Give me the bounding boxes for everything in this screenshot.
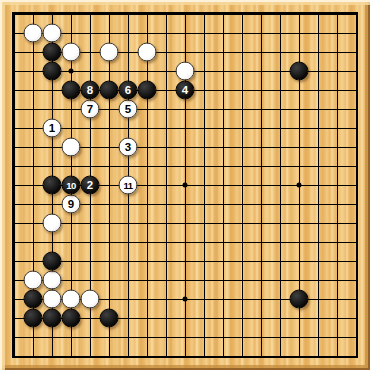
gridline-horizontal	[14, 242, 357, 243]
white-stone-h17[interactable]	[138, 43, 157, 62]
white-stone-g10[interactable]: 11	[119, 176, 138, 195]
black-stone-d10[interactable]: 10	[62, 176, 81, 195]
black-stone-k15[interactable]: 4	[176, 81, 195, 100]
move-number-label: 5	[125, 103, 131, 115]
move-number-label: 4	[182, 84, 188, 96]
star-point	[69, 69, 74, 74]
move-number-label: 9	[68, 198, 74, 210]
black-stone-b3[interactable]	[24, 309, 43, 328]
black-stone-d3[interactable]	[62, 309, 81, 328]
white-stone-c8[interactable]	[43, 214, 62, 233]
move-number-label: 2	[87, 179, 93, 191]
white-stone-f17[interactable]	[100, 43, 119, 62]
black-stone-f15[interactable]	[100, 81, 119, 100]
gridline-vertical	[242, 14, 243, 357]
black-stone-q4[interactable]	[290, 290, 309, 309]
white-stone-g14[interactable]: 5	[119, 100, 138, 119]
white-stone-d12[interactable]	[62, 138, 81, 157]
go-board[interactable]: 7513119864102	[0, 0, 370, 370]
black-stone-b4[interactable]	[24, 290, 43, 309]
white-stone-e4[interactable]	[81, 290, 100, 309]
black-stone-c3[interactable]	[43, 309, 62, 328]
gridline-vertical	[261, 14, 262, 357]
black-stone-c6[interactable]	[43, 252, 62, 271]
star-point	[183, 297, 188, 302]
white-stone-d9[interactable]: 9	[62, 195, 81, 214]
gridline-vertical	[204, 14, 205, 357]
move-number-label: 6	[125, 84, 131, 96]
white-stone-c5[interactable]	[43, 271, 62, 290]
black-stone-c17[interactable]	[43, 43, 62, 62]
gridline-vertical	[337, 14, 338, 357]
star-point	[297, 183, 302, 188]
black-stone-c10[interactable]	[43, 176, 62, 195]
black-stone-g15[interactable]: 6	[119, 81, 138, 100]
go-game-screenshot: 7513119864102	[0, 0, 370, 370]
white-stone-k16[interactable]	[176, 62, 195, 81]
move-number-label: 7	[87, 103, 93, 115]
black-stone-d15[interactable]	[62, 81, 81, 100]
move-number-label: 1	[49, 122, 55, 134]
gridline-horizontal	[14, 261, 357, 262]
move-number-label: 3	[125, 141, 131, 153]
gridline-vertical	[318, 14, 319, 357]
black-stone-f3[interactable]	[100, 309, 119, 328]
white-stone-c4[interactable]	[43, 290, 62, 309]
white-stone-d4[interactable]	[62, 290, 81, 309]
black-stone-e10[interactable]: 2	[81, 176, 100, 195]
black-stone-q16[interactable]	[290, 62, 309, 81]
move-number-label: 8	[87, 84, 93, 96]
black-stone-h15[interactable]	[138, 81, 157, 100]
gridline-vertical	[356, 14, 357, 357]
white-stone-e14[interactable]: 7	[81, 100, 100, 119]
white-stone-g12[interactable]: 3	[119, 138, 138, 157]
white-stone-d17[interactable]	[62, 43, 81, 62]
move-number-label: 10	[66, 180, 76, 190]
white-stone-c18[interactable]	[43, 24, 62, 43]
gridline-horizontal	[14, 337, 357, 338]
move-number-label: 11	[123, 180, 132, 190]
white-stone-b5[interactable]	[24, 271, 43, 290]
white-stone-c13[interactable]: 1	[43, 119, 62, 138]
gridline-vertical	[280, 14, 281, 357]
gridline-horizontal	[14, 223, 357, 224]
star-point	[183, 183, 188, 188]
gridline-vertical	[223, 14, 224, 357]
gridline-horizontal	[14, 280, 357, 281]
black-stone-e15[interactable]: 8	[81, 81, 100, 100]
gridline-horizontal	[14, 356, 357, 357]
black-stone-c16[interactable]	[43, 62, 62, 81]
white-stone-b18[interactable]	[24, 24, 43, 43]
